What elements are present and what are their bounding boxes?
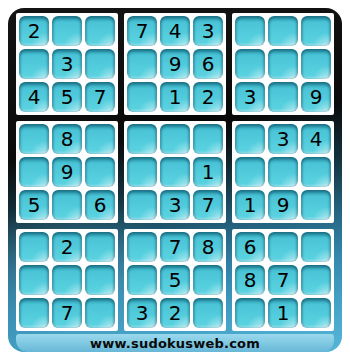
cell-r9c2[interactable]: 7 <box>52 298 82 328</box>
cell-r5c1[interactable] <box>19 157 49 187</box>
cell-r8c8[interactable]: 7 <box>268 265 298 295</box>
cell-r2c4[interactable] <box>127 49 157 79</box>
cell-r7c5[interactable]: 7 <box>160 232 190 262</box>
cell-r2c7[interactable] <box>235 49 265 79</box>
cell-r1c5[interactable]: 4 <box>160 16 190 46</box>
cell-r4c5[interactable] <box>160 124 190 154</box>
cell-r1c6[interactable]: 3 <box>193 16 223 46</box>
cell-r3c9[interactable]: 9 <box>301 82 331 112</box>
cell-r6c8[interactable]: 9 <box>268 190 298 220</box>
cell-r5c9[interactable] <box>301 157 331 187</box>
cell-r2c3[interactable] <box>85 49 115 79</box>
cell-r7c6[interactable]: 8 <box>193 232 223 262</box>
cell-r6c3[interactable]: 6 <box>85 190 115 220</box>
cell-r6c4[interactable] <box>127 190 157 220</box>
cell-r4c3[interactable] <box>85 124 115 154</box>
cell-r3c1[interactable]: 4 <box>19 82 49 112</box>
cell-r9c3[interactable] <box>85 298 115 328</box>
site-url: www.sudokusweb.com <box>90 336 260 351</box>
cell-r4c4[interactable] <box>127 124 157 154</box>
cell-r1c8[interactable] <box>268 16 298 46</box>
cell-r4c9[interactable]: 4 <box>301 124 331 154</box>
cell-r8c3[interactable] <box>85 265 115 295</box>
page-background: 234577439612398956137341927785326871 www… <box>0 0 350 360</box>
cell-r8c1[interactable] <box>19 265 49 295</box>
cell-r5c4[interactable] <box>127 157 157 187</box>
cell-r4c1[interactable] <box>19 124 49 154</box>
cell-r2c9[interactable] <box>301 49 331 79</box>
cell-r1c9[interactable] <box>301 16 331 46</box>
sudoku-box-1: 23457 <box>16 13 118 115</box>
cell-r3c7[interactable]: 3 <box>235 82 265 112</box>
cell-r4c7[interactable] <box>235 124 265 154</box>
cell-r1c2[interactable] <box>52 16 82 46</box>
sudoku-board-frame: 234577439612398956137341927785326871 www… <box>8 8 342 352</box>
cell-r1c7[interactable] <box>235 16 265 46</box>
sudoku-grid: 234577439612398956137341927785326871 <box>16 13 334 331</box>
cell-r4c2[interactable]: 8 <box>52 124 82 154</box>
cell-r7c9[interactable] <box>301 232 331 262</box>
cell-r6c9[interactable] <box>301 190 331 220</box>
cell-r5c8[interactable] <box>268 157 298 187</box>
cell-r9c6[interactable] <box>193 298 223 328</box>
cell-r1c1[interactable]: 2 <box>19 16 49 46</box>
cell-r5c3[interactable] <box>85 157 115 187</box>
cell-r3c8[interactable] <box>268 82 298 112</box>
cell-r7c3[interactable] <box>85 232 115 262</box>
sudoku-box-2: 7439612 <box>124 13 226 115</box>
cell-r3c3[interactable]: 7 <box>85 82 115 112</box>
sudoku-box-3: 39 <box>232 13 334 115</box>
sudoku-box-5: 137 <box>124 121 226 223</box>
cell-r7c1[interactable] <box>19 232 49 262</box>
cell-r7c8[interactable] <box>268 232 298 262</box>
cell-r9c8[interactable]: 1 <box>268 298 298 328</box>
cell-r7c4[interactable] <box>127 232 157 262</box>
cell-r8c4[interactable] <box>127 265 157 295</box>
cell-r5c7[interactable] <box>235 157 265 187</box>
cell-r8c9[interactable] <box>301 265 331 295</box>
cell-r9c4[interactable]: 3 <box>127 298 157 328</box>
cell-r3c5[interactable]: 1 <box>160 82 190 112</box>
cell-r6c5[interactable]: 3 <box>160 190 190 220</box>
cell-r3c6[interactable]: 2 <box>193 82 223 112</box>
cell-r6c1[interactable]: 5 <box>19 190 49 220</box>
sudoku-box-8: 78532 <box>124 229 226 331</box>
cell-r6c7[interactable]: 1 <box>235 190 265 220</box>
sudoku-box-7: 27 <box>16 229 118 331</box>
cell-r6c6[interactable]: 7 <box>193 190 223 220</box>
cell-r1c4[interactable]: 7 <box>127 16 157 46</box>
cell-r4c6[interactable] <box>193 124 223 154</box>
cell-r9c7[interactable] <box>235 298 265 328</box>
cell-r8c6[interactable] <box>193 265 223 295</box>
sudoku-box-9: 6871 <box>232 229 334 331</box>
cell-r9c5[interactable]: 2 <box>160 298 190 328</box>
cell-r2c2[interactable]: 3 <box>52 49 82 79</box>
cell-r9c1[interactable] <box>19 298 49 328</box>
cell-r2c6[interactable]: 6 <box>193 49 223 79</box>
cell-r1c3[interactable] <box>85 16 115 46</box>
cell-r5c2[interactable]: 9 <box>52 157 82 187</box>
cell-r4c8[interactable]: 3 <box>268 124 298 154</box>
cell-r8c7[interactable]: 8 <box>235 265 265 295</box>
cell-r5c5[interactable] <box>160 157 190 187</box>
cell-r2c8[interactable] <box>268 49 298 79</box>
sudoku-box-4: 8956 <box>16 121 118 223</box>
cell-r5c6[interactable]: 1 <box>193 157 223 187</box>
cell-r2c5[interactable]: 9 <box>160 49 190 79</box>
cell-r7c2[interactable]: 2 <box>52 232 82 262</box>
cell-r9c9[interactable] <box>301 298 331 328</box>
cell-r3c4[interactable] <box>127 82 157 112</box>
cell-r2c1[interactable] <box>19 49 49 79</box>
cell-r3c2[interactable]: 5 <box>52 82 82 112</box>
cell-r6c2[interactable] <box>52 190 82 220</box>
cell-r7c7[interactable]: 6 <box>235 232 265 262</box>
cell-r8c2[interactable] <box>52 265 82 295</box>
cell-r8c5[interactable]: 5 <box>160 265 190 295</box>
site-footer: www.sudokusweb.com <box>16 334 334 352</box>
sudoku-box-6: 3419 <box>232 121 334 223</box>
